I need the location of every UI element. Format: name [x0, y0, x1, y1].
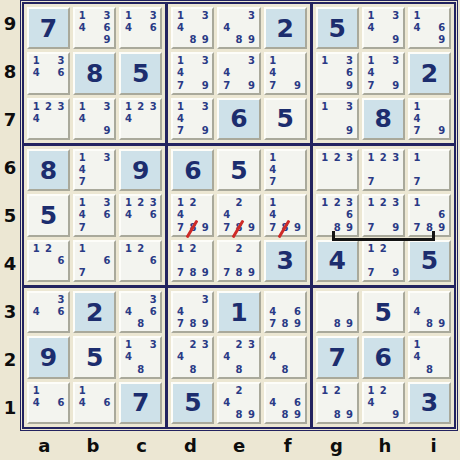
candidate-1: 1 [174, 55, 186, 67]
candidate-3: 3 [55, 294, 67, 306]
cell-f1[interactable]: 4689 [264, 382, 307, 424]
candidate-8 [88, 34, 100, 46]
candidate-1: 1 [267, 55, 279, 67]
cell-c3[interactable]: 3468 [119, 291, 162, 333]
candidate-1 [174, 294, 186, 306]
candidate-7 [30, 125, 42, 137]
candidate-6 [245, 22, 257, 34]
cell-d8[interactable]: 13479 [171, 52, 214, 94]
given-digit: 6 [375, 345, 392, 370]
candidate-9 [147, 364, 159, 376]
candidate-8 [88, 267, 100, 279]
candidate-7: 7 [174, 222, 186, 234]
solved-digit: 5 [276, 106, 293, 131]
cell-c2[interactable]: 1348 [119, 336, 162, 378]
cell-i2[interactable]: 148 [408, 336, 451, 378]
cell-g3[interactable]: 89 [316, 291, 359, 333]
candidate-1: 1 [365, 197, 377, 209]
given-digit: 2 [276, 16, 293, 41]
candidate-8: 8 [233, 409, 245, 421]
cell-h7[interactable]: 8 [362, 98, 405, 140]
candidate-9 [55, 80, 67, 92]
cell-b2[interactable]: 5 [73, 336, 116, 378]
candidate-4: 4 [411, 22, 423, 34]
cell-b6[interactable]: 1347 [73, 149, 116, 191]
cell-g7[interactable]: 139 [316, 98, 359, 140]
candidate-9: 9 [245, 267, 257, 279]
candidate-9 [147, 125, 159, 137]
candidate-7 [365, 34, 377, 46]
cell-h3[interactable]: 5 [362, 291, 405, 333]
cell-a2[interactable]: 9 [27, 336, 70, 378]
candidate-5 [331, 397, 343, 409]
candidate-1: 1 [122, 101, 134, 113]
column-labels: abcdefghi [20, 430, 458, 460]
candidate-9: 9 [343, 125, 355, 137]
box-8: 347891467892348234848524894689 [168, 288, 309, 427]
candidate-6 [245, 397, 257, 409]
candidate-2: 2 [233, 243, 245, 255]
box-7: 346234689513481461467 [24, 288, 165, 427]
candidate-7: 7 [365, 80, 377, 92]
candidate-1: 1 [30, 55, 42, 67]
candidate-2 [42, 294, 54, 306]
candidate-8 [377, 267, 389, 279]
candidate-9: 9 [291, 409, 303, 421]
candidate-8: 8 [187, 318, 199, 330]
candidate-2 [423, 339, 435, 351]
candidate-7: 7 [220, 222, 232, 234]
cell-a1[interactable]: 146 [27, 382, 70, 424]
candidate-5 [423, 113, 435, 125]
candidate-5 [88, 255, 100, 267]
candidate-6 [199, 306, 211, 318]
candidate-7 [220, 34, 232, 46]
candidate-9 [390, 176, 402, 188]
candidate-3: 3 [199, 10, 211, 22]
candidate-2: 2 [42, 101, 54, 113]
candidate-9: 9 [436, 125, 448, 137]
col-label-c: c [117, 430, 166, 460]
given-digit: 5 [421, 248, 438, 273]
candidate-3: 3 [147, 101, 159, 113]
cell-d3[interactable]: 34789 [171, 291, 214, 333]
candidate-2 [233, 55, 245, 67]
candidate-1: 1 [411, 197, 423, 209]
candidate-2 [377, 10, 389, 22]
candidate-9: 9 [343, 318, 355, 330]
cell-a8[interactable]: 1346 [27, 52, 70, 94]
candidate-3 [55, 385, 67, 397]
col-label-g: g [312, 430, 361, 460]
candidate-5 [279, 164, 291, 176]
cell-f8[interactable]: 1479 [264, 52, 307, 94]
candidate-3: 3 [390, 10, 402, 22]
cell-f7[interactable]: 5 [264, 98, 307, 140]
cell-h6[interactable]: 1237 [362, 149, 405, 191]
candidate-6: 6 [436, 22, 448, 34]
candidate-8: 8 [423, 364, 435, 376]
cell-f4[interactable]: 3 [264, 240, 307, 282]
cell-b8[interactable]: 8 [73, 52, 116, 94]
candidate-8 [423, 34, 435, 46]
candidate-2 [423, 152, 435, 164]
candidate-5 [187, 113, 199, 125]
cell-i9[interactable]: 1469 [408, 7, 451, 49]
candidate-8 [42, 125, 54, 137]
candidate-1 [220, 243, 232, 255]
candidate-5 [42, 255, 54, 267]
row-label-2: 2 [0, 335, 20, 383]
cell-g6[interactable]: 123 [316, 149, 359, 191]
cell-h1[interactable]: 1249 [362, 382, 405, 424]
candidate-8 [88, 176, 100, 188]
candidate-1: 1 [122, 197, 134, 209]
candidate-4: 4 [267, 397, 279, 409]
given-digit: 8 [86, 61, 103, 86]
candidate-3 [199, 197, 211, 209]
cell-c5[interactable]: 12346 [119, 194, 162, 236]
candidate-6: 6 [55, 306, 67, 318]
candidate-1: 1 [30, 243, 42, 255]
cell-f3[interactable]: 46789 [264, 291, 307, 333]
candidate-8: 8 [331, 318, 343, 330]
candidate-6 [390, 255, 402, 267]
cell-d2[interactable]: 2348 [171, 336, 214, 378]
cell-g8[interactable]: 1369 [316, 52, 359, 94]
cell-d7[interactable]: 13479 [171, 98, 214, 140]
cell-e3[interactable]: 1 [217, 291, 260, 333]
cell-c1[interactable]: 7 [119, 382, 162, 424]
candidate-2 [88, 385, 100, 397]
candidate-8 [377, 409, 389, 421]
candidate-1: 1 [319, 385, 331, 397]
candidate-8-eliminated: 8 [233, 222, 245, 234]
box-4: 81347951346712346126167126 [24, 146, 165, 285]
candidate-2 [423, 197, 435, 209]
candidate-3: 3 [101, 152, 113, 164]
candidate-7 [30, 318, 42, 330]
candidate-8-eliminated: 8 [279, 222, 291, 234]
cell-e4[interactable]: 2789 [217, 240, 260, 282]
cell-a5[interactable]: 5 [27, 194, 70, 236]
candidate-4: 4 [365, 397, 377, 409]
candidate-3: 3 [343, 101, 355, 113]
candidate-6: 6 [55, 67, 67, 79]
candidate-6: 6 [55, 397, 67, 409]
candidate-8 [88, 222, 100, 234]
candidate-9 [436, 364, 448, 376]
candidate-8: 8 [187, 34, 199, 46]
cell-i3[interactable]: 489 [408, 291, 451, 333]
candidate-1: 1 [174, 197, 186, 209]
cell-g2[interactable]: 7 [316, 336, 359, 378]
candidate-4 [319, 113, 331, 125]
cell-e1[interactable]: 2489 [217, 382, 260, 424]
cell-i6[interactable]: 17 [408, 149, 451, 191]
candidate-7 [267, 409, 279, 421]
candidate-5 [135, 113, 147, 125]
candidate-7: 7 [174, 125, 186, 137]
cell-b7[interactable]: 1349 [73, 98, 116, 140]
candidate-9 [436, 176, 448, 188]
candidate-1: 1 [76, 101, 88, 113]
cell-d1[interactable]: 5 [171, 382, 214, 424]
candidate-4: 4 [76, 22, 88, 34]
candidate-6 [245, 67, 257, 79]
candidate-7 [319, 409, 331, 421]
cell-h8[interactable]: 13479 [362, 52, 405, 94]
sudoku-board: 7134691346134685123413491234 13489348921… [20, 0, 458, 431]
candidate-3: 3 [245, 339, 257, 351]
box-2: 134893489213479347914791347965 [168, 4, 309, 143]
candidate-6 [291, 351, 303, 363]
candidate-3 [436, 10, 448, 22]
candidate-3: 3 [390, 55, 402, 67]
cell-a7[interactable]: 1234 [27, 98, 70, 140]
candidate-6 [245, 255, 257, 267]
box-5: 6514712478924789147891278927893 [168, 146, 309, 285]
candidate-1: 1 [122, 339, 134, 351]
candidate-7: 7 [174, 318, 186, 330]
candidate-9 [101, 409, 113, 421]
candidate-1 [220, 10, 232, 22]
cell-c7[interactable]: 1234 [119, 98, 162, 140]
candidate-2 [423, 10, 435, 22]
candidate-2 [377, 55, 389, 67]
cell-e6[interactable]: 5 [217, 149, 260, 191]
candidate-2 [279, 294, 291, 306]
solved-digit: 5 [40, 203, 57, 228]
box-6: 1231237171236891237916789412795 [313, 146, 454, 285]
candidate-3 [291, 294, 303, 306]
candidate-9 [291, 176, 303, 188]
candidate-7: 7 [267, 176, 279, 188]
candidate-5 [88, 209, 100, 221]
cell-b1[interactable]: 146 [73, 382, 116, 424]
candidate-2 [88, 10, 100, 22]
candidate-7 [76, 125, 88, 137]
cell-c8[interactable]: 5 [119, 52, 162, 94]
cell-i4[interactable]: 5 [408, 240, 451, 282]
cell-h2[interactable]: 6 [362, 336, 405, 378]
cell-e5[interactable]: 24789 [217, 194, 260, 236]
candidate-8 [42, 267, 54, 279]
cell-c6[interactable]: 9 [119, 149, 162, 191]
cell-f9[interactable]: 2 [264, 7, 307, 49]
given-digit: 1 [230, 300, 247, 325]
candidate-9 [147, 222, 159, 234]
candidate-9: 9 [199, 34, 211, 46]
candidate-4: 4 [267, 164, 279, 176]
candidate-4: 4 [122, 351, 134, 363]
candidate-4: 4 [220, 351, 232, 363]
given-digit: 3 [421, 390, 438, 415]
candidate-2: 2 [187, 243, 199, 255]
candidate-8: 8 [187, 364, 199, 376]
candidate-2 [187, 294, 199, 306]
candidate-5 [331, 164, 343, 176]
candidate-2 [88, 243, 100, 255]
candidate-5 [135, 22, 147, 34]
cell-c4[interactable]: 126 [119, 240, 162, 282]
candidate-2: 2 [377, 385, 389, 397]
cell-c9[interactable]: 1346 [119, 7, 162, 49]
candidate-5 [377, 164, 389, 176]
candidate-1: 1 [319, 55, 331, 67]
candidate-1: 1 [267, 197, 279, 209]
solved-digit: 5 [86, 345, 103, 370]
candidate-5 [233, 351, 245, 363]
strong-link-bracket-g5-i5 [332, 231, 435, 241]
cell-i7[interactable]: 1479 [408, 98, 451, 140]
candidate-1: 1 [365, 10, 377, 22]
candidate-8 [135, 34, 147, 46]
candidate-4: 4 [76, 209, 88, 221]
candidate-4: 4 [174, 209, 186, 221]
candidate-5 [88, 397, 100, 409]
candidate-9 [147, 267, 159, 279]
candidate-1 [30, 294, 42, 306]
candidate-5 [331, 67, 343, 79]
box-1: 7134691346134685123413491234 [24, 4, 165, 143]
candidate-8 [187, 125, 199, 137]
candidate-5 [42, 306, 54, 318]
candidate-3 [147, 243, 159, 255]
cell-b9[interactable]: 13469 [73, 7, 116, 49]
candidate-7 [122, 364, 134, 376]
row-label-8: 8 [0, 48, 20, 96]
cell-f5[interactable]: 14789 [264, 194, 307, 236]
candidate-1: 1 [319, 101, 331, 113]
cell-e7[interactable]: 6 [217, 98, 260, 140]
cell-a4[interactable]: 126 [27, 240, 70, 282]
cell-b4[interactable]: 167 [73, 240, 116, 282]
elimination-slash-icon [185, 219, 198, 238]
candidate-5 [135, 306, 147, 318]
candidate-4: 4 [30, 113, 42, 125]
candidate-2 [279, 385, 291, 397]
cell-a6[interactable]: 8 [27, 149, 70, 191]
cell-d9[interactable]: 13489 [171, 7, 214, 49]
candidate-5 [88, 22, 100, 34]
cell-b3[interactable]: 2 [73, 291, 116, 333]
candidate-6: 6 [343, 67, 355, 79]
candidate-4: 4 [76, 164, 88, 176]
candidate-1: 1 [122, 10, 134, 22]
cell-b5[interactable]: 13467 [73, 194, 116, 236]
candidate-9 [55, 409, 67, 421]
cell-a9[interactable]: 7 [27, 7, 70, 49]
candidate-1: 1 [76, 385, 88, 397]
candidate-4: 4 [220, 67, 232, 79]
candidate-9 [199, 364, 211, 376]
cell-i1[interactable]: 3 [408, 382, 451, 424]
candidate-9: 9 [199, 80, 211, 92]
candidate-1 [267, 385, 279, 397]
candidate-9: 9 [291, 222, 303, 234]
candidate-2: 2 [42, 243, 54, 255]
cell-f2[interactable]: 48 [264, 336, 307, 378]
cell-e2[interactable]: 2348 [217, 336, 260, 378]
candidate-5 [279, 397, 291, 409]
candidate-5 [233, 22, 245, 34]
cell-h9[interactable]: 1349 [362, 7, 405, 49]
cell-d5[interactable]: 124789 [171, 194, 214, 236]
candidate-7 [220, 364, 232, 376]
candidate-4 [122, 255, 134, 267]
candidate-8 [331, 125, 343, 137]
cell-f6[interactable]: 147 [264, 149, 307, 191]
candidate-6 [199, 351, 211, 363]
candidate-5 [423, 306, 435, 318]
candidate-4: 4 [411, 306, 423, 318]
cell-g4[interactable]: 4 [316, 240, 359, 282]
candidate-8 [423, 176, 435, 188]
given-digit: 5 [184, 390, 201, 415]
cell-d6[interactable]: 6 [171, 149, 214, 191]
candidate-5 [331, 306, 343, 318]
cell-h4[interactable]: 1279 [362, 240, 405, 282]
candidate-6: 6 [147, 22, 159, 34]
candidate-2 [331, 55, 343, 67]
candidate-1: 1 [174, 243, 186, 255]
candidate-3: 3 [147, 294, 159, 306]
cell-g9[interactable]: 5 [316, 7, 359, 49]
candidate-4: 4 [267, 306, 279, 318]
candidate-5 [135, 209, 147, 221]
cell-e8[interactable]: 3479 [217, 52, 260, 94]
candidate-1: 1 [365, 385, 377, 397]
candidate-8: 8 [233, 34, 245, 46]
candidate-5 [279, 306, 291, 318]
candidate-4 [220, 255, 232, 267]
cell-i8[interactable]: 2 [408, 52, 451, 94]
candidate-6 [436, 306, 448, 318]
candidate-2 [423, 294, 435, 306]
candidate-1 [220, 197, 232, 209]
candidate-5 [423, 22, 435, 34]
cell-d4[interactable]: 12789 [171, 240, 214, 282]
given-digit: 5 [329, 16, 346, 41]
candidate-9 [101, 267, 113, 279]
candidate-4: 4 [220, 22, 232, 34]
cell-a3[interactable]: 346 [27, 291, 70, 333]
candidate-5 [42, 113, 54, 125]
given-digit: 5 [132, 61, 149, 86]
candidate-1 [174, 339, 186, 351]
candidate-6 [343, 164, 355, 176]
col-label-a: a [20, 430, 69, 460]
candidate-8: 8 [423, 318, 435, 330]
candidate-5 [187, 67, 199, 79]
candidate-5 [423, 209, 435, 221]
cell-e9[interactable]: 3489 [217, 7, 260, 49]
candidate-9: 9 [436, 34, 448, 46]
candidate-2 [279, 339, 291, 351]
candidate-2 [279, 55, 291, 67]
candidate-6: 6 [291, 397, 303, 409]
candidate-3: 3 [101, 101, 113, 113]
candidate-2 [279, 197, 291, 209]
candidate-4: 4 [365, 22, 377, 34]
candidate-6 [343, 113, 355, 125]
candidate-3: 3 [101, 197, 113, 209]
candidate-1: 1 [365, 55, 377, 67]
cell-g1[interactable]: 1289 [316, 382, 359, 424]
candidate-9: 9 [390, 80, 402, 92]
candidate-7 [30, 267, 42, 279]
